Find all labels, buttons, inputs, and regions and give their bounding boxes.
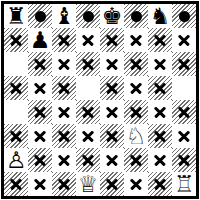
x-mark <box>128 104 144 120</box>
dot-marker <box>83 11 94 22</box>
x-mark <box>56 152 72 168</box>
square-g1[interactable] <box>148 172 172 196</box>
x-mark <box>80 56 96 72</box>
square-f5[interactable] <box>124 76 148 100</box>
x-mark <box>104 32 120 48</box>
square-g4[interactable] <box>148 100 172 124</box>
square-f2[interactable] <box>124 148 148 172</box>
dot-marker <box>35 11 46 22</box>
square-c6[interactable] <box>52 52 76 76</box>
x-mark <box>128 176 144 192</box>
square-g2[interactable] <box>148 148 172 172</box>
square-c8[interactable]: ♝ <box>52 4 76 28</box>
square-b8[interactable] <box>28 4 52 28</box>
x-mark <box>152 56 168 72</box>
square-h4[interactable] <box>172 100 196 124</box>
square-c1[interactable] <box>52 172 76 196</box>
chess-diagram: ♜♝♚♞♟♘♙♕♖ <box>0 0 200 200</box>
piece-white-pawn[interactable]: ♙ <box>6 148 27 172</box>
square-e3[interactable] <box>100 124 124 148</box>
x-mark <box>152 32 168 48</box>
square-a6[interactable] <box>4 52 28 76</box>
dot-marker <box>131 11 142 22</box>
square-a7[interactable] <box>4 28 28 52</box>
x-mark <box>8 80 24 96</box>
square-g7[interactable] <box>148 28 172 52</box>
square-b5[interactable] <box>28 76 52 100</box>
x-mark <box>104 56 120 72</box>
square-c7[interactable] <box>52 28 76 52</box>
square-f1[interactable] <box>124 172 148 196</box>
square-b2[interactable] <box>28 148 52 172</box>
square-h3[interactable] <box>172 124 196 148</box>
x-mark <box>32 176 48 192</box>
square-d6[interactable] <box>76 52 100 76</box>
x-mark <box>32 80 48 96</box>
x-mark <box>104 152 120 168</box>
square-e4[interactable] <box>100 100 124 124</box>
x-mark <box>128 152 144 168</box>
x-mark <box>80 152 96 168</box>
piece-white-knight[interactable]: ♘ <box>126 124 147 148</box>
square-b3[interactable] <box>28 124 52 148</box>
square-d8[interactable] <box>76 4 100 28</box>
x-mark <box>104 128 120 144</box>
x-mark <box>152 176 168 192</box>
x-mark <box>56 80 72 96</box>
x-mark <box>56 128 72 144</box>
x-mark <box>152 80 168 96</box>
square-c5[interactable] <box>52 76 76 100</box>
x-mark <box>8 128 24 144</box>
x-mark <box>56 176 72 192</box>
x-mark <box>176 128 192 144</box>
piece-black-pawn[interactable]: ♟ <box>30 28 51 52</box>
x-mark <box>176 152 192 168</box>
square-e8[interactable]: ♚ <box>100 4 124 28</box>
x-mark <box>56 56 72 72</box>
piece-black-bishop[interactable]: ♝ <box>54 4 75 28</box>
square-g3[interactable] <box>148 124 172 148</box>
square-h6[interactable] <box>172 52 196 76</box>
x-mark <box>128 32 144 48</box>
square-b6[interactable] <box>28 52 52 76</box>
square-c4[interactable] <box>52 100 76 124</box>
x-mark <box>80 128 96 144</box>
square-b7[interactable]: ♟ <box>28 28 52 52</box>
piece-black-rook[interactable]: ♜ <box>6 4 27 28</box>
x-mark <box>32 152 48 168</box>
square-d1[interactable]: ♕ <box>76 172 100 196</box>
square-f8[interactable] <box>124 4 148 28</box>
x-mark <box>104 104 120 120</box>
square-g5[interactable] <box>148 76 172 100</box>
square-h7[interactable] <box>172 28 196 52</box>
x-mark <box>56 32 72 48</box>
square-h2[interactable] <box>172 148 196 172</box>
x-mark <box>32 56 48 72</box>
x-mark <box>152 128 168 144</box>
square-f7[interactable] <box>124 28 148 52</box>
square-a8[interactable]: ♜ <box>4 4 28 28</box>
x-mark <box>32 128 48 144</box>
piece-black-knight[interactable]: ♞ <box>150 4 171 28</box>
x-mark <box>104 176 120 192</box>
square-g6[interactable] <box>148 52 172 76</box>
square-a4[interactable] <box>4 100 28 124</box>
x-mark <box>152 104 168 120</box>
x-mark <box>32 104 48 120</box>
square-g8[interactable]: ♞ <box>148 4 172 28</box>
dot-marker <box>179 11 190 22</box>
square-h5[interactable] <box>172 76 196 100</box>
square-c3[interactable] <box>52 124 76 148</box>
square-d7[interactable] <box>76 28 100 52</box>
x-mark <box>8 176 24 192</box>
x-mark <box>80 104 96 120</box>
square-e2[interactable] <box>100 148 124 172</box>
square-f6[interactable] <box>124 52 148 76</box>
x-mark <box>176 104 192 120</box>
square-d5[interactable] <box>76 76 100 100</box>
square-d2[interactable] <box>76 148 100 172</box>
square-a1[interactable] <box>4 172 28 196</box>
square-e7[interactable] <box>100 28 124 52</box>
square-a5[interactable] <box>4 76 28 100</box>
square-e6[interactable] <box>100 52 124 76</box>
x-mark <box>128 80 144 96</box>
square-f3[interactable]: ♘ <box>124 124 148 148</box>
square-h8[interactable] <box>172 4 196 28</box>
piece-white-rook[interactable]: ♖ <box>174 172 195 196</box>
square-f4[interactable] <box>124 100 148 124</box>
square-h1[interactable]: ♖ <box>172 172 196 196</box>
square-b4[interactable] <box>28 100 52 124</box>
piece-white-queen[interactable]: ♕ <box>78 172 99 196</box>
x-mark <box>56 104 72 120</box>
x-mark <box>176 32 192 48</box>
square-b1[interactable] <box>28 172 52 196</box>
x-mark <box>128 56 144 72</box>
x-mark <box>8 32 24 48</box>
square-d3[interactable] <box>76 124 100 148</box>
piece-black-king[interactable]: ♚ <box>102 4 123 28</box>
x-mark <box>176 56 192 72</box>
x-mark <box>152 152 168 168</box>
x-mark <box>80 32 96 48</box>
square-e1[interactable] <box>100 172 124 196</box>
square-c2[interactable] <box>52 148 76 172</box>
x-mark <box>104 80 120 96</box>
chess-board: ♜♝♚♞♟♘♙♕♖ <box>1 1 199 199</box>
square-a3[interactable] <box>4 124 28 148</box>
square-d4[interactable] <box>76 100 100 124</box>
square-e5[interactable] <box>100 76 124 100</box>
square-a2[interactable]: ♙ <box>4 148 28 172</box>
